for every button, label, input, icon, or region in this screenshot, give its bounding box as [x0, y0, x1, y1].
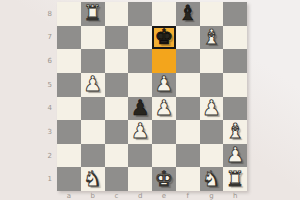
square-d1[interactable] — [128, 167, 152, 191]
square-e6[interactable] — [152, 49, 176, 73]
square-h7[interactable] — [223, 26, 247, 50]
white-pawn-e5[interactable]: ♟ — [154, 74, 173, 95]
square-e2[interactable] — [152, 144, 176, 168]
file-label-e: e — [152, 191, 176, 200]
white-king-e1[interactable]: ♚ — [154, 169, 173, 190]
square-b7[interactable] — [81, 26, 105, 50]
square-d6[interactable] — [128, 49, 152, 73]
chess-board[interactable]: ♜♝♚♝♟♟♟♟♟♟♝♟♞♚♞♜ — [57, 2, 247, 191]
square-e5[interactable]: ♟ — [152, 73, 176, 97]
square-g2[interactable] — [200, 144, 224, 168]
square-f7[interactable] — [176, 26, 200, 50]
black-bishop-f8[interactable]: ♝ — [178, 3, 197, 24]
square-g3[interactable] — [200, 120, 224, 144]
square-c5[interactable] — [105, 73, 129, 97]
square-f3[interactable] — [176, 120, 200, 144]
white-pawn-d3[interactable]: ♟ — [131, 121, 150, 142]
black-king-e7[interactable]: ♚ — [154, 27, 173, 48]
white-rook-b8[interactable]: ♜ — [83, 3, 102, 24]
square-d5[interactable] — [128, 73, 152, 97]
app-background: 87654321 ♜♝♚♝♟♟♟♟♟♟♝♟♞♚♞♜ abcdefgh — [0, 0, 300, 200]
square-a2[interactable] — [57, 144, 81, 168]
rank-label-1: 1 — [38, 167, 52, 191]
square-d7[interactable] — [128, 26, 152, 50]
square-f8[interactable]: ♝ — [176, 2, 200, 26]
square-a8[interactable] — [57, 2, 81, 26]
square-g6[interactable] — [200, 49, 224, 73]
square-e4[interactable]: ♟ — [152, 97, 176, 121]
square-g7[interactable]: ♝ — [200, 26, 224, 50]
rank-label-3: 3 — [38, 120, 52, 144]
file-label-d: d — [128, 191, 152, 200]
square-e7[interactable]: ♚ — [152, 26, 176, 50]
white-pawn-b5[interactable]: ♟ — [83, 74, 102, 95]
square-d8[interactable] — [128, 2, 152, 26]
white-rook-h1[interactable]: ♜ — [226, 169, 245, 190]
square-h3[interactable]: ♝ — [223, 120, 247, 144]
rank-labels: 87654321 — [38, 2, 52, 191]
square-e1[interactable]: ♚ — [152, 167, 176, 191]
square-g8[interactable] — [200, 2, 224, 26]
file-labels: abcdefgh — [57, 191, 247, 200]
square-c4[interactable] — [105, 97, 129, 121]
white-bishop-h3[interactable]: ♝ — [226, 121, 245, 142]
square-g1[interactable]: ♞ — [200, 167, 224, 191]
square-c3[interactable] — [105, 120, 129, 144]
square-a5[interactable] — [57, 73, 81, 97]
square-a3[interactable] — [57, 120, 81, 144]
square-f5[interactable] — [176, 73, 200, 97]
white-knight-b1[interactable]: ♞ — [83, 169, 102, 190]
square-a4[interactable] — [57, 97, 81, 121]
square-h1[interactable]: ♜ — [223, 167, 247, 191]
square-b2[interactable] — [81, 144, 105, 168]
square-d4[interactable]: ♟ — [128, 97, 152, 121]
square-e8[interactable] — [152, 2, 176, 26]
square-a6[interactable] — [57, 49, 81, 73]
square-b4[interactable] — [81, 97, 105, 121]
square-h5[interactable] — [223, 73, 247, 97]
white-pawn-e4[interactable]: ♟ — [154, 98, 173, 119]
file-label-c: c — [105, 191, 129, 200]
white-pawn-g4[interactable]: ♟ — [202, 98, 221, 119]
square-c8[interactable] — [105, 2, 129, 26]
rank-label-6: 6 — [38, 49, 52, 73]
square-b6[interactable] — [81, 49, 105, 73]
square-h6[interactable] — [223, 49, 247, 73]
square-a1[interactable] — [57, 167, 81, 191]
black-pawn-d4[interactable]: ♟ — [131, 98, 150, 119]
square-g4[interactable]: ♟ — [200, 97, 224, 121]
file-label-f: f — [176, 191, 200, 200]
square-a7[interactable] — [57, 26, 81, 50]
square-h2[interactable]: ♟ — [223, 144, 247, 168]
square-c7[interactable] — [105, 26, 129, 50]
square-f1[interactable] — [176, 167, 200, 191]
square-c1[interactable] — [105, 167, 129, 191]
square-c2[interactable] — [105, 144, 129, 168]
square-g5[interactable] — [200, 73, 224, 97]
rank-label-5: 5 — [38, 73, 52, 97]
square-f2[interactable] — [176, 144, 200, 168]
square-f4[interactable] — [176, 97, 200, 121]
square-b1[interactable]: ♞ — [81, 167, 105, 191]
rank-label-8: 8 — [38, 2, 52, 26]
white-bishop-g7[interactable]: ♝ — [202, 27, 221, 48]
square-b8[interactable]: ♜ — [81, 2, 105, 26]
rank-label-2: 2 — [38, 144, 52, 168]
white-pawn-h2[interactable]: ♟ — [226, 145, 245, 166]
file-label-b: b — [81, 191, 105, 200]
file-label-h: h — [223, 191, 247, 200]
rank-label-7: 7 — [38, 26, 52, 50]
square-b3[interactable] — [81, 120, 105, 144]
square-h4[interactable] — [223, 97, 247, 121]
square-b5[interactable]: ♟ — [81, 73, 105, 97]
square-d2[interactable] — [128, 144, 152, 168]
square-e3[interactable] — [152, 120, 176, 144]
square-c6[interactable] — [105, 49, 129, 73]
file-label-a: a — [57, 191, 81, 200]
square-d3[interactable]: ♟ — [128, 120, 152, 144]
white-knight-g1[interactable]: ♞ — [202, 169, 221, 190]
square-h8[interactable] — [223, 2, 247, 26]
file-label-g: g — [200, 191, 224, 200]
rank-label-4: 4 — [38, 97, 52, 121]
square-f6[interactable] — [176, 49, 200, 73]
